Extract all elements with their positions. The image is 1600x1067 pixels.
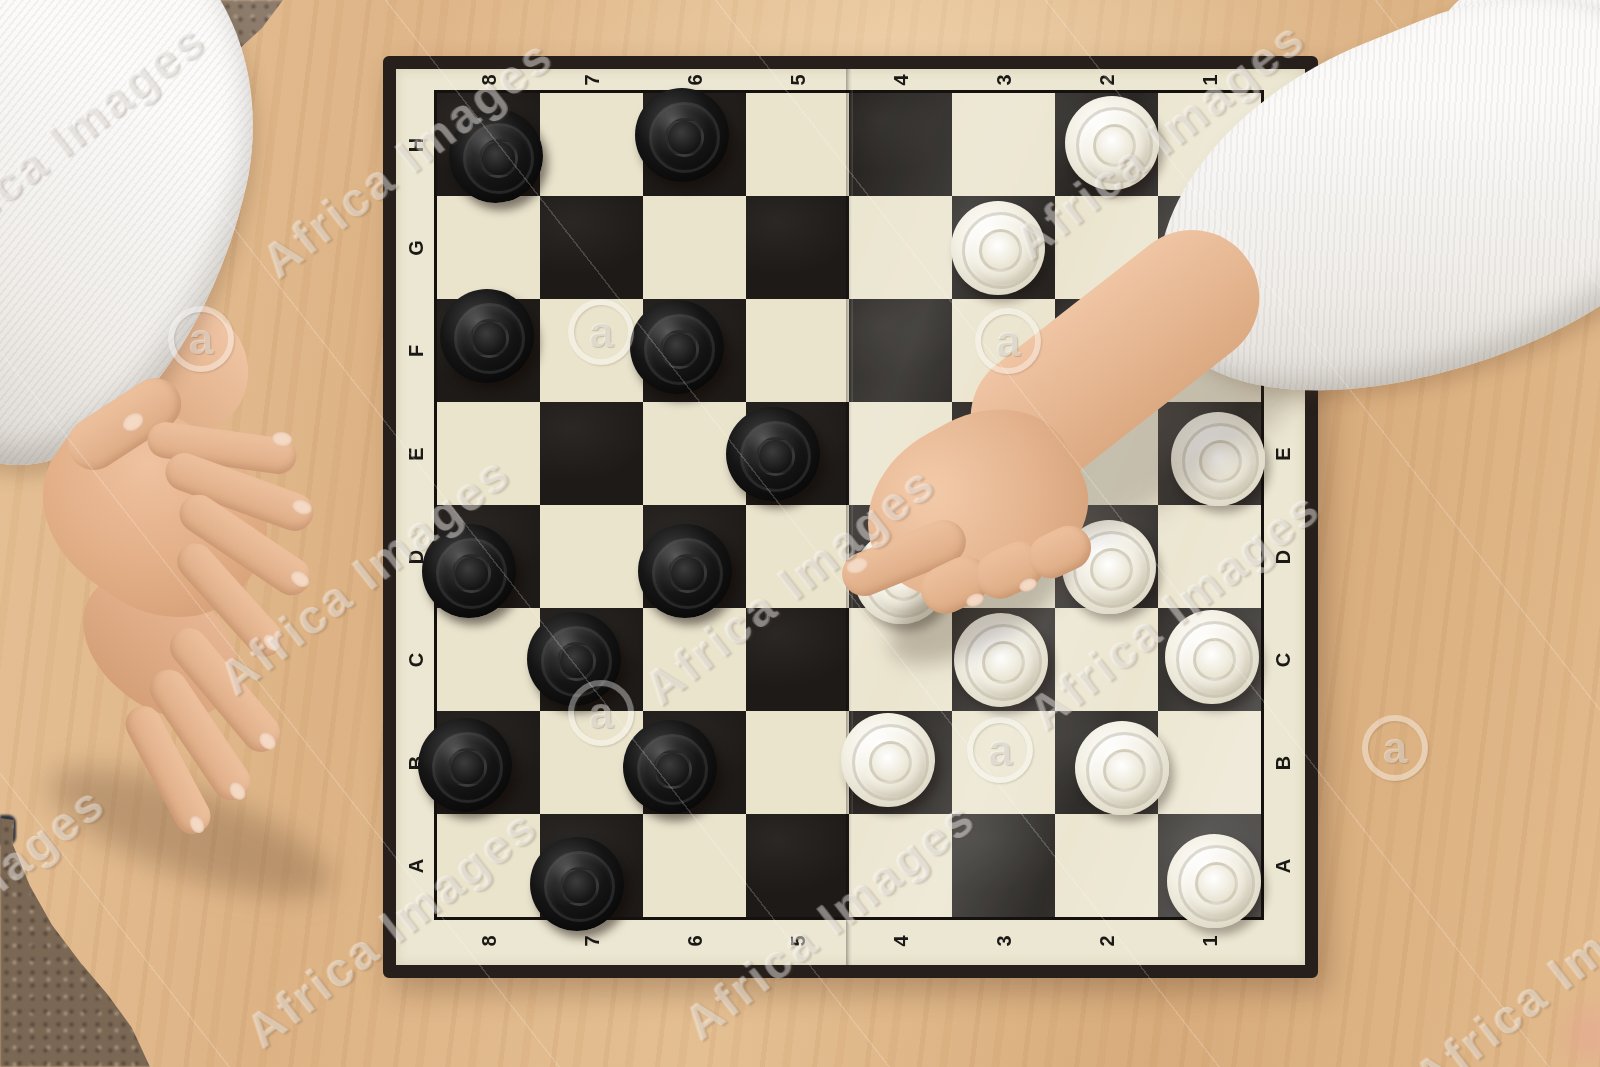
left-child-arms <box>0 0 1600 1067</box>
scene: 88HH77GG66FF55EE44DD33CC22BB11AA <box>0 0 1600 1067</box>
